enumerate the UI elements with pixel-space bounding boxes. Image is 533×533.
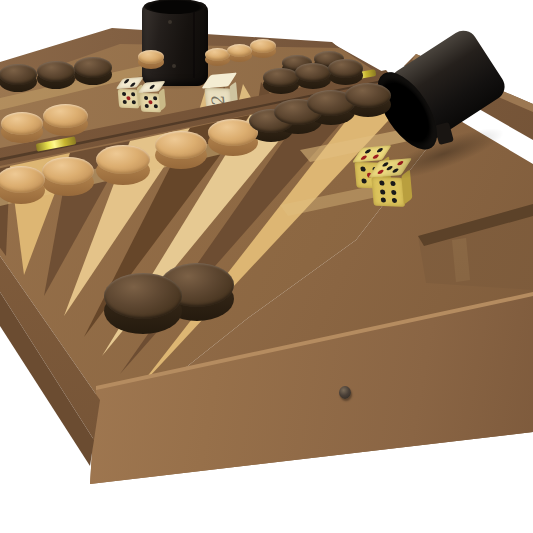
checker-light[interactable] — [1, 112, 43, 143]
die-front-face — [371, 177, 405, 207]
checker-light[interactable] — [250, 39, 276, 58]
checker-top — [345, 83, 391, 108]
checker-dark[interactable] — [104, 273, 182, 334]
checker-top — [43, 104, 88, 128]
checker-dark[interactable] — [74, 57, 112, 85]
checker-top — [0, 166, 45, 193]
checker-light[interactable] — [138, 50, 164, 69]
die-pip — [380, 189, 385, 194]
checker-top — [138, 50, 164, 64]
checker-dark[interactable] — [0, 64, 37, 92]
checker-light[interactable] — [155, 131, 207, 169]
die-pip — [391, 189, 396, 194]
checker-dark[interactable] — [263, 68, 299, 94]
checker-top — [263, 68, 299, 87]
checker-top — [155, 131, 207, 159]
die-pip — [379, 180, 384, 185]
checker-top — [328, 59, 363, 78]
checker-light[interactable] — [42, 157, 94, 196]
checker-top — [104, 273, 182, 319]
die-pip — [375, 148, 383, 153]
checker-top — [295, 63, 331, 82]
die-pip — [363, 149, 371, 154]
checker-dark[interactable] — [37, 61, 75, 89]
die-pip — [360, 167, 365, 172]
checker-top — [1, 112, 43, 135]
checker-light[interactable] — [227, 44, 252, 62]
board-case: 2 — [0, 0, 533, 533]
checker-light[interactable] — [43, 104, 88, 136]
checker-top — [96, 145, 150, 174]
checker-top — [250, 39, 276, 53]
checker-top — [74, 57, 112, 78]
die-pip — [361, 178, 366, 183]
die-pip — [392, 198, 397, 203]
checker-top — [37, 61, 75, 82]
die-pip — [371, 154, 379, 159]
die-pip — [390, 181, 395, 186]
checker-light[interactable] — [0, 166, 45, 204]
die-pip — [380, 198, 385, 203]
checker-light[interactable] — [205, 48, 230, 66]
checker-light[interactable] — [96, 145, 150, 185]
checker-dark[interactable] — [345, 83, 391, 117]
checker-top — [227, 44, 252, 57]
checker-top — [0, 64, 37, 85]
checker-top — [205, 48, 230, 61]
checker-dark[interactable] — [328, 59, 363, 85]
die-pip — [359, 155, 367, 160]
checker-top — [42, 157, 94, 185]
checker-dark[interactable] — [295, 63, 331, 89]
